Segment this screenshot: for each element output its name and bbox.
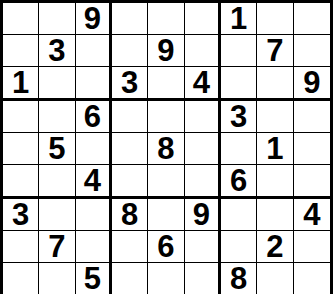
cell-r2c6-empty[interactable] xyxy=(185,35,221,67)
cell-r6c9-empty[interactable] xyxy=(294,165,330,199)
cell-r5c1-empty[interactable] xyxy=(3,133,39,165)
cell-r4c4-empty[interactable] xyxy=(112,101,148,133)
cell-r4c5-empty[interactable] xyxy=(148,101,184,133)
cell-r7c3-empty[interactable] xyxy=(76,199,112,231)
cell-r6c2-empty[interactable] xyxy=(39,165,75,199)
cell-r8c5-given[interactable]: 6 xyxy=(148,231,184,263)
cell-r3c9-given[interactable]: 9 xyxy=(294,67,330,101)
cell-r3c2-empty[interactable] xyxy=(39,67,75,101)
cell-r5c3-empty[interactable] xyxy=(76,133,112,165)
cell-r2c3-empty[interactable] xyxy=(76,35,112,67)
cell-r4c3-given[interactable]: 6 xyxy=(76,101,112,133)
cell-r1c7-given[interactable]: 1 xyxy=(221,3,257,35)
cell-r9c3-given[interactable]: 5 xyxy=(76,263,112,294)
cell-r4c2-empty[interactable] xyxy=(39,101,75,133)
cell-r6c6-empty[interactable] xyxy=(185,165,221,199)
cell-r6c5-empty[interactable] xyxy=(148,165,184,199)
cell-r5c8-given[interactable]: 1 xyxy=(257,133,293,165)
cell-r7c8-empty[interactable] xyxy=(257,199,293,231)
cell-r3c6-given[interactable]: 4 xyxy=(185,67,221,101)
cell-r6c1-empty[interactable] xyxy=(3,165,39,199)
cell-r7c1-given[interactable]: 3 xyxy=(3,199,39,231)
cell-r9c7-given[interactable]: 8 xyxy=(221,263,257,294)
cell-r8c2-given[interactable]: 7 xyxy=(39,231,75,263)
cell-r7c5-empty[interactable] xyxy=(148,199,184,231)
cell-r8c7-empty[interactable] xyxy=(221,231,257,263)
cell-r4c6-empty[interactable] xyxy=(185,101,221,133)
cell-r2c5-given[interactable]: 9 xyxy=(148,35,184,67)
cell-r1c8-empty[interactable] xyxy=(257,3,293,35)
cell-r9c4-empty[interactable] xyxy=(112,263,148,294)
cell-r4c1-empty[interactable] xyxy=(3,101,39,133)
cell-r6c4-empty[interactable] xyxy=(112,165,148,199)
cell-r3c3-empty[interactable] xyxy=(76,67,112,101)
cell-r1c6-empty[interactable] xyxy=(185,3,221,35)
cell-r2c4-empty[interactable] xyxy=(112,35,148,67)
cell-r9c1-empty[interactable] xyxy=(3,263,39,294)
cell-r7c4-given[interactable]: 8 xyxy=(112,199,148,231)
cell-r1c1-empty[interactable] xyxy=(3,3,39,35)
cell-r5c5-given[interactable]: 8 xyxy=(148,133,184,165)
cell-r2c8-given[interactable]: 7 xyxy=(257,35,293,67)
cell-r9c5-empty[interactable] xyxy=(148,263,184,294)
cell-r6c8-empty[interactable] xyxy=(257,165,293,199)
cell-r5c6-empty[interactable] xyxy=(185,133,221,165)
cell-r7c6-given[interactable]: 9 xyxy=(185,199,221,231)
cell-r1c9-empty[interactable] xyxy=(294,3,330,35)
cell-r1c4-empty[interactable] xyxy=(112,3,148,35)
cell-r5c2-given[interactable]: 5 xyxy=(39,133,75,165)
cell-r5c4-empty[interactable] xyxy=(112,133,148,165)
cell-r1c3-given[interactable]: 9 xyxy=(76,3,112,35)
cell-r2c9-empty[interactable] xyxy=(294,35,330,67)
sudoku-board: 9139713496358146389476258 xyxy=(0,0,333,294)
cell-r3c5-empty[interactable] xyxy=(148,67,184,101)
cell-r9c8-empty[interactable] xyxy=(257,263,293,294)
cell-r7c7-empty[interactable] xyxy=(221,199,257,231)
cell-r5c7-empty[interactable] xyxy=(221,133,257,165)
cell-r8c6-empty[interactable] xyxy=(185,231,221,263)
cell-r1c2-empty[interactable] xyxy=(39,3,75,35)
cell-r7c2-empty[interactable] xyxy=(39,199,75,231)
cell-r9c6-empty[interactable] xyxy=(185,263,221,294)
cell-r6c3-given[interactable]: 4 xyxy=(76,165,112,199)
cell-r9c9-empty[interactable] xyxy=(294,263,330,294)
cell-r3c8-empty[interactable] xyxy=(257,67,293,101)
cell-r1c5-empty[interactable] xyxy=(148,3,184,35)
cell-r8c4-empty[interactable] xyxy=(112,231,148,263)
cell-r4c7-given[interactable]: 3 xyxy=(221,101,257,133)
cell-r8c9-empty[interactable] xyxy=(294,231,330,263)
cell-r8c8-given[interactable]: 2 xyxy=(257,231,293,263)
cell-r8c3-empty[interactable] xyxy=(76,231,112,263)
cell-r4c9-empty[interactable] xyxy=(294,101,330,133)
cell-r6c7-given[interactable]: 6 xyxy=(221,165,257,199)
cell-r9c2-empty[interactable] xyxy=(39,263,75,294)
cell-r2c2-given[interactable]: 3 xyxy=(39,35,75,67)
cell-r3c1-given[interactable]: 1 xyxy=(3,67,39,101)
cell-r2c1-empty[interactable] xyxy=(3,35,39,67)
cell-r8c1-empty[interactable] xyxy=(3,231,39,263)
cell-r4c8-empty[interactable] xyxy=(257,101,293,133)
cell-r3c4-given[interactable]: 3 xyxy=(112,67,148,101)
cell-r5c9-empty[interactable] xyxy=(294,133,330,165)
cell-r3c7-empty[interactable] xyxy=(221,67,257,101)
cell-r2c7-empty[interactable] xyxy=(221,35,257,67)
cell-r7c9-given[interactable]: 4 xyxy=(294,199,330,231)
